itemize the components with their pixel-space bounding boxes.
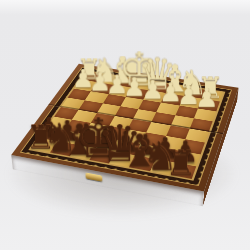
board-square: ♛ xyxy=(109,152,135,168)
board-square xyxy=(157,102,180,115)
board-square: ♟ xyxy=(39,127,65,141)
board-square: ♜ xyxy=(171,163,197,179)
board-square xyxy=(175,105,198,118)
board-square xyxy=(90,113,114,126)
brass-clasp-icon xyxy=(85,172,102,181)
product-photo: ♜♞♝♚♛♝♞♜♟♟♟♟♟♟♟♟♟♟♟♟♟♟♟♟♜♞♝♚♛♝♞♜ xyxy=(0,0,250,250)
board-grid: ♜♞♝♚♛♝♞♜♟♟♟♟♟♟♟♟♟♟♟♟♟♟♟♟♜♞♝♚♛♝♞♜ xyxy=(31,71,223,179)
board-square: ♟ xyxy=(198,99,220,111)
board-square xyxy=(141,133,166,147)
board-square: ♟ xyxy=(135,144,160,159)
board-square xyxy=(194,108,217,121)
board-square xyxy=(122,129,147,143)
black-rook-piece: ♜ xyxy=(26,124,56,151)
